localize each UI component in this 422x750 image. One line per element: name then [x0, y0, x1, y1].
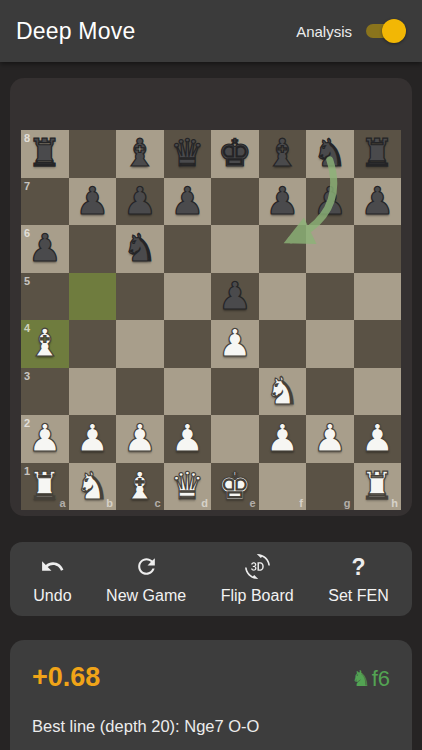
- rank-label: 3: [24, 370, 30, 382]
- rank-label: 4: [24, 322, 30, 334]
- square-f8[interactable]: ♝: [259, 130, 307, 178]
- piece-bP: ♟: [116, 178, 164, 226]
- app-title: Deep Move: [16, 18, 135, 45]
- square-b5[interactable]: [69, 273, 117, 321]
- square-e8[interactable]: ♚: [211, 130, 259, 178]
- square-c4[interactable]: [116, 320, 164, 368]
- square-e6[interactable]: [211, 225, 259, 273]
- square-c6[interactable]: ♞: [116, 225, 164, 273]
- square-c8[interactable]: ♝: [116, 130, 164, 178]
- square-d8[interactable]: ♛: [164, 130, 212, 178]
- square-f6[interactable]: [259, 225, 307, 273]
- piece-wQ: ♛: [164, 463, 212, 511]
- square-a1[interactable]: ♜1a: [21, 463, 69, 511]
- rank-label: 2: [24, 417, 30, 429]
- file-label: b: [106, 497, 113, 509]
- square-h6[interactable]: [354, 225, 402, 273]
- piece-bN: ♞: [306, 130, 354, 178]
- analysis-card: +0.68 ♞ f6 Best line (depth 20): Nge7 O-…: [10, 640, 412, 750]
- piece-bP: ♟: [21, 225, 69, 273]
- square-e1[interactable]: ♚e: [211, 463, 259, 511]
- square-g5[interactable]: [306, 273, 354, 321]
- undo-button[interactable]: Undo: [33, 554, 71, 605]
- square-g1[interactable]: g: [306, 463, 354, 511]
- piece-wP: ♟: [211, 320, 259, 368]
- square-c7[interactable]: ♟: [116, 178, 164, 226]
- square-a6[interactable]: ♟6: [21, 225, 69, 273]
- flip-board-label: Flip Board: [221, 587, 294, 605]
- piece-wP: ♟: [354, 415, 402, 463]
- square-b2[interactable]: ♟: [69, 415, 117, 463]
- square-g8[interactable]: ♞: [306, 130, 354, 178]
- analysis-label: Analysis: [296, 23, 352, 40]
- chess-board: ♜8♝♛♚♝♞♜7♟♟♟♟♟♟♟6♞5♟♝4♟3♞♟2♟♟♟♟♟♟♜1a♞b♝c…: [21, 130, 401, 510]
- square-f2[interactable]: ♟: [259, 415, 307, 463]
- square-e7[interactable]: [211, 178, 259, 226]
- square-c2[interactable]: ♟: [116, 415, 164, 463]
- piece-bP: ♟: [306, 178, 354, 226]
- square-e3[interactable]: [211, 368, 259, 416]
- square-b6[interactable]: [69, 225, 117, 273]
- square-c1[interactable]: ♝c: [116, 463, 164, 511]
- file-label: e: [249, 497, 255, 509]
- square-d5[interactable]: [164, 273, 212, 321]
- file-label: d: [201, 497, 208, 509]
- piece-bB: ♝: [259, 130, 307, 178]
- piece-wP: ♟: [164, 415, 212, 463]
- piece-wP: ♟: [259, 415, 307, 463]
- new-game-label: New Game: [106, 587, 186, 605]
- board-card: ♜8♝♛♚♝♞♜7♟♟♟♟♟♟♟6♞5♟♝4♟3♞♟2♟♟♟♟♟♟♜1a♞b♝c…: [10, 78, 412, 516]
- refresh-icon: [134, 554, 159, 580]
- square-h3[interactable]: [354, 368, 402, 416]
- square-a3[interactable]: 3: [21, 368, 69, 416]
- rank-label: 7: [24, 180, 30, 192]
- piece-wP: ♟: [69, 415, 117, 463]
- square-d3[interactable]: [164, 368, 212, 416]
- piece-bK: ♚: [211, 130, 259, 178]
- square-h4[interactable]: [354, 320, 402, 368]
- toggle-thumb: [382, 19, 406, 43]
- piece-wP: ♟: [306, 415, 354, 463]
- square-g2[interactable]: ♟: [306, 415, 354, 463]
- rank-label: 6: [24, 227, 30, 239]
- square-d2[interactable]: ♟: [164, 415, 212, 463]
- file-label: a: [59, 497, 65, 509]
- best-line-text: Best line (depth 20): Nge7 O-O: [32, 717, 390, 736]
- piece-bP: ♟: [354, 178, 402, 226]
- piece-bQ: ♛: [164, 130, 212, 178]
- knight-icon: ♞: [351, 666, 371, 691]
- analysis-toggle[interactable]: [366, 18, 406, 44]
- square-a5[interactable]: 5: [21, 273, 69, 321]
- square-f4[interactable]: [259, 320, 307, 368]
- piece-wR: ♜: [354, 463, 402, 511]
- square-e4[interactable]: ♟: [211, 320, 259, 368]
- square-h2[interactable]: ♟: [354, 415, 402, 463]
- question-mark-icon: ?: [351, 554, 365, 580]
- square-h1[interactable]: ♜h: [354, 463, 402, 511]
- square-f3[interactable]: ♞: [259, 368, 307, 416]
- set-fen-label: Set FEN: [328, 587, 388, 605]
- square-f5[interactable]: [259, 273, 307, 321]
- square-g7[interactable]: ♟: [306, 178, 354, 226]
- flip-board-button[interactable]: Flip Board: [221, 554, 294, 605]
- 3d-rotation-icon: [245, 554, 270, 580]
- square-h7[interactable]: ♟: [354, 178, 402, 226]
- board-wrap: ♜8♝♛♚♝♞♜7♟♟♟♟♟♟♟6♞5♟♝4♟3♞♟2♟♟♟♟♟♟♜1a♞b♝c…: [21, 130, 401, 510]
- hint-square: f6: [372, 666, 390, 692]
- square-f1[interactable]: f: [259, 463, 307, 511]
- piece-wB: ♝: [116, 463, 164, 511]
- square-g6[interactable]: [306, 225, 354, 273]
- square-b1[interactable]: ♞b: [69, 463, 117, 511]
- piece-bP: ♟: [69, 178, 117, 226]
- square-b8[interactable]: [69, 130, 117, 178]
- square-a2[interactable]: ♟2: [21, 415, 69, 463]
- piece-bN: ♞: [116, 225, 164, 273]
- piece-bP: ♟: [211, 273, 259, 321]
- piece-wN: ♞: [69, 463, 117, 511]
- square-b4[interactable]: [69, 320, 117, 368]
- set-fen-button[interactable]: ? Set FEN: [328, 554, 388, 605]
- rank-label: 5: [24, 275, 30, 287]
- square-e5[interactable]: ♟: [211, 273, 259, 321]
- square-a7[interactable]: 7: [21, 178, 69, 226]
- square-b7[interactable]: ♟: [69, 178, 117, 226]
- file-label: c: [154, 497, 160, 509]
- square-d7[interactable]: ♟: [164, 178, 212, 226]
- square-d6[interactable]: [164, 225, 212, 273]
- hint-move: ♞ f6: [351, 666, 390, 692]
- square-c5[interactable]: [116, 273, 164, 321]
- piece-bP: ♟: [259, 178, 307, 226]
- square-a8[interactable]: ♜8: [21, 130, 69, 178]
- square-h5[interactable]: [354, 273, 402, 321]
- evaluation-row: +0.68 ♞ f6: [32, 662, 390, 693]
- toolbar: Undo New Game Flip Board ? Set FEN: [10, 542, 412, 616]
- undo-label: Undo: [33, 587, 71, 605]
- app-header: Deep Move Analysis: [0, 0, 422, 62]
- rank-label: 8: [24, 132, 30, 144]
- piece-wP: ♟: [116, 415, 164, 463]
- square-f7[interactable]: ♟: [259, 178, 307, 226]
- header-controls: Analysis: [296, 18, 406, 44]
- square-c3[interactable]: [116, 368, 164, 416]
- piece-wK: ♚: [211, 463, 259, 511]
- rank-label: 1: [24, 465, 30, 477]
- piece-bP: ♟: [164, 178, 212, 226]
- file-label: g: [344, 497, 351, 509]
- piece-bB: ♝: [116, 130, 164, 178]
- undo-arrow-icon: [40, 554, 65, 580]
- new-game-button[interactable]: New Game: [106, 554, 186, 605]
- square-d1[interactable]: ♛d: [164, 463, 212, 511]
- piece-wP: ♟: [21, 415, 69, 463]
- square-b3[interactable]: [69, 368, 117, 416]
- piece-wB: ♝: [21, 320, 69, 368]
- square-e2[interactable]: [211, 415, 259, 463]
- piece-wN: ♞: [259, 368, 307, 416]
- square-a4[interactable]: ♝4: [21, 320, 69, 368]
- piece-bR: ♜: [354, 130, 402, 178]
- piece-bR: ♜: [21, 130, 69, 178]
- square-g4[interactable]: [306, 320, 354, 368]
- square-h8[interactable]: ♜: [354, 130, 402, 178]
- file-label: h: [391, 497, 398, 509]
- piece-wR: ♜: [21, 463, 69, 511]
- square-g3[interactable]: [306, 368, 354, 416]
- file-label: f: [299, 497, 303, 509]
- square-d4[interactable]: [164, 320, 212, 368]
- evaluation-score: +0.68: [32, 662, 100, 693]
